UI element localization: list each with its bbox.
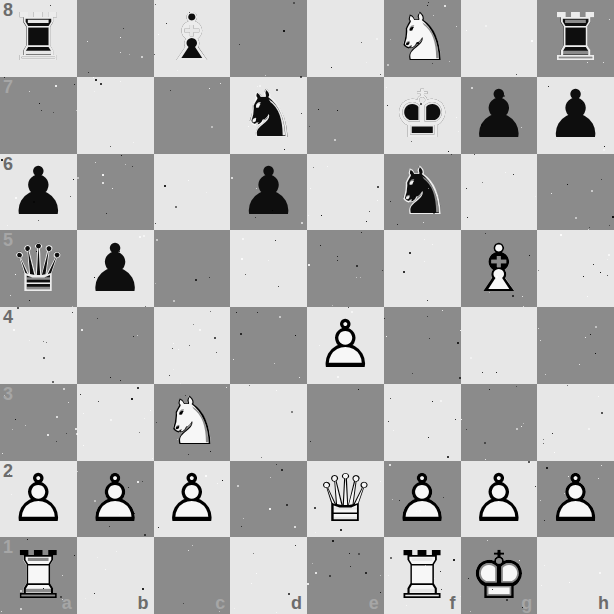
square-a3[interactable]: 3 [0,384,77,461]
square-f4[interactable] [384,307,461,384]
file-label-e: e [369,594,379,612]
square-c7[interactable] [154,77,231,154]
piece-black-pawn[interactable]: ♟ [230,154,307,231]
square-d8[interactable] [230,0,307,77]
square-g7[interactable]: ♟ [461,77,538,154]
piece-white-pawn[interactable]: ♟♙ [154,461,231,538]
black-pawn-glyph: ♟ [230,154,307,231]
square-g5[interactable]: ♝♗ [461,230,538,307]
square-a7[interactable]: 7 [0,77,77,154]
square-d6[interactable]: ♟ [230,154,307,231]
square-a2[interactable]: 2♟♙ [0,461,77,538]
piece-white-pawn[interactable]: ♟♙ [77,461,154,538]
square-c8[interactable]: ♝♗ [154,0,231,77]
square-e8[interactable] [307,0,384,77]
square-g6[interactable] [461,154,538,231]
square-b4[interactable] [77,307,154,384]
piece-black-pawn[interactable]: ♟ [77,230,154,307]
square-e7[interactable] [307,77,384,154]
square-c4[interactable] [154,307,231,384]
square-h5[interactable] [537,230,614,307]
square-e6[interactable] [307,154,384,231]
black-pawn-glyph: ♟ [537,77,614,154]
white-knight-detail-glyph: ♘ [154,384,231,461]
white-pawn-detail-glyph: ♙ [537,461,614,538]
square-h3[interactable] [537,384,614,461]
white-knight-detail-glyph: ♘ [384,0,461,77]
piece-black-bishop[interactable]: ♝♗ [154,0,231,77]
rank-label-7: 7 [3,78,13,96]
square-e5[interactable] [307,230,384,307]
white-queen-detail-glyph: ♕ [307,461,384,538]
piece-white-queen[interactable]: ♛♕ [307,461,384,538]
square-d3[interactable] [230,384,307,461]
square-e1[interactable]: e [307,537,384,614]
square-h1[interactable]: h [537,537,614,614]
white-pawn-detail-glyph: ♙ [77,461,154,538]
square-h7[interactable]: ♟ [537,77,614,154]
white-pawn-detail-glyph: ♙ [461,461,538,538]
square-c5[interactable] [154,230,231,307]
file-label-h: h [598,594,609,612]
piece-white-bishop[interactable]: ♝♗ [461,230,538,307]
square-f6[interactable]: ♞♘ [384,154,461,231]
square-a1[interactable]: 1a♜♖ [0,537,77,614]
square-a5[interactable]: 5♛♕ [0,230,77,307]
square-a8[interactable]: 8♜♖ [0,0,77,77]
square-g3[interactable] [461,384,538,461]
file-label-b: b [138,594,149,612]
piece-white-rook[interactable]: ♜♖ [384,537,461,614]
chess-board-window: 8♜♖♝♗♞♘♜♖7♞♘♚♔♟♟6♟♟♞♘5♛♕♟♝♗4♟♙3♞♘2♟♙♟♙♟♙… [0,0,614,614]
piece-white-king[interactable]: ♚♔ [461,537,538,614]
square-b6[interactable] [77,154,154,231]
piece-black-pawn[interactable]: ♟ [537,77,614,154]
piece-white-pawn[interactable]: ♟♙ [384,461,461,538]
square-g1[interactable]: g♚♔ [461,537,538,614]
square-h2[interactable]: ♟♙ [537,461,614,538]
piece-black-pawn[interactable]: ♟ [461,77,538,154]
square-e4[interactable]: ♟♙ [307,307,384,384]
square-d4[interactable] [230,307,307,384]
piece-black-rook[interactable]: ♜♖ [0,0,77,77]
piece-white-pawn[interactable]: ♟♙ [461,461,538,538]
square-h4[interactable] [537,307,614,384]
square-b5[interactable]: ♟ [77,230,154,307]
white-rook-detail-glyph: ♖ [0,537,77,614]
white-pawn-detail-glyph: ♙ [307,307,384,384]
square-f1[interactable]: f♜♖ [384,537,461,614]
square-d1[interactable]: d [230,537,307,614]
white-pawn-detail-glyph: ♙ [384,461,461,538]
square-c6[interactable] [154,154,231,231]
square-g4[interactable] [461,307,538,384]
black-knight-detail-glyph: ♘ [384,154,461,231]
piece-white-knight[interactable]: ♞♘ [154,384,231,461]
square-d7[interactable]: ♞♘ [230,77,307,154]
white-pawn-detail-glyph: ♙ [154,461,231,538]
black-rook-detail-glyph: ♖ [537,0,614,77]
black-pawn-glyph: ♟ [0,154,77,231]
square-b8[interactable] [77,0,154,77]
square-b3[interactable] [77,384,154,461]
square-b2[interactable]: ♟♙ [77,461,154,538]
black-rook-detail-glyph: ♖ [0,0,77,77]
black-knight-detail-glyph: ♘ [230,77,307,154]
white-rook-detail-glyph: ♖ [384,537,461,614]
square-e3[interactable] [307,384,384,461]
square-b1[interactable]: b [77,537,154,614]
square-f8[interactable]: ♞♘ [384,0,461,77]
white-king-detail-glyph: ♔ [461,537,538,614]
piece-black-knight[interactable]: ♞♘ [230,77,307,154]
black-pawn-glyph: ♟ [461,77,538,154]
piece-black-rook[interactable]: ♜♖ [537,0,614,77]
piece-white-rook[interactable]: ♜♖ [0,537,77,614]
square-d5[interactable] [230,230,307,307]
rank-label-4: 4 [3,308,13,326]
square-h6[interactable] [537,154,614,231]
file-label-c: c [215,594,225,612]
square-c1[interactable]: c [154,537,231,614]
black-king-detail-glyph: ♔ [384,77,461,154]
square-f7[interactable]: ♚♔ [384,77,461,154]
rank-label-3: 3 [3,385,13,403]
square-e2[interactable]: ♛♕ [307,461,384,538]
piece-black-king[interactable]: ♚♔ [384,77,461,154]
white-pawn-detail-glyph: ♙ [0,461,77,538]
square-g2[interactable]: ♟♙ [461,461,538,538]
square-a6[interactable]: 6♟ [0,154,77,231]
square-b7[interactable] [77,77,154,154]
square-d2[interactable] [230,461,307,538]
white-bishop-detail-glyph: ♗ [461,230,538,307]
piece-black-knight[interactable]: ♞♘ [384,154,461,231]
piece-black-pawn[interactable]: ♟ [0,154,77,231]
piece-white-knight[interactable]: ♞♘ [384,0,461,77]
black-bishop-detail-glyph: ♗ [154,0,231,77]
square-f3[interactable] [384,384,461,461]
square-c2[interactable]: ♟♙ [154,461,231,538]
chess-board: 8♜♖♝♗♞♘♜♖7♞♘♚♔♟♟6♟♟♞♘5♛♕♟♝♗4♟♙3♞♘2♟♙♟♙♟♙… [0,0,614,614]
black-pawn-glyph: ♟ [77,230,154,307]
piece-black-queen[interactable]: ♛♕ [0,230,77,307]
file-label-d: d [291,594,302,612]
square-h8[interactable]: ♜♖ [537,0,614,77]
piece-white-pawn[interactable]: ♟♙ [537,461,614,538]
square-a4[interactable]: 4 [0,307,77,384]
piece-white-pawn[interactable]: ♟♙ [0,461,77,538]
square-f2[interactable]: ♟♙ [384,461,461,538]
square-f5[interactable] [384,230,461,307]
piece-white-pawn[interactable]: ♟♙ [307,307,384,384]
black-queen-detail-glyph: ♕ [0,230,77,307]
square-g8[interactable] [461,0,538,77]
square-c3[interactable]: ♞♘ [154,384,231,461]
